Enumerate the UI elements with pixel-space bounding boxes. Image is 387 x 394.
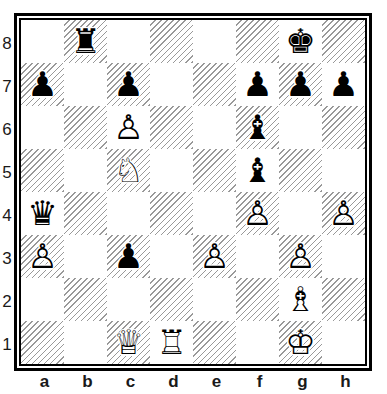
- chess-diagram: 87654321 ♜♚♟♟♟♟♟♙♝♘♝♛♙♙♙♟♙♙♗♕♖♔ abcdefgh: [0, 0, 387, 394]
- square-a7[interactable]: ♟: [21, 63, 64, 106]
- square-c1[interactable]: ♕: [107, 321, 150, 364]
- black-king-icon: ♚: [285, 20, 315, 63]
- white-pawn-icon: ♙: [27, 235, 57, 278]
- rank-label-2: 2: [0, 280, 14, 323]
- square-g8[interactable]: ♚: [279, 20, 322, 63]
- white-pawn-icon: ♙: [242, 192, 272, 235]
- square-c2[interactable]: [107, 278, 150, 321]
- square-b2[interactable]: [64, 278, 107, 321]
- square-d7[interactable]: [150, 63, 193, 106]
- square-a1[interactable]: [21, 321, 64, 364]
- square-a2[interactable]: [21, 278, 64, 321]
- square-c6[interactable]: ♙: [107, 106, 150, 149]
- square-c7[interactable]: ♟: [107, 63, 150, 106]
- black-pawn-icon: ♟: [242, 63, 272, 106]
- square-a3[interactable]: ♙: [21, 235, 64, 278]
- chessboard: ♜♚♟♟♟♟♟♙♝♘♝♛♙♙♙♟♙♙♗♕♖♔: [21, 20, 365, 364]
- square-g7[interactable]: ♟: [279, 63, 322, 106]
- black-queen-icon: ♛: [27, 192, 57, 235]
- white-pawn-icon: ♙: [285, 235, 315, 278]
- rank-labels: 87654321: [0, 13, 14, 366]
- square-h1[interactable]: [322, 321, 365, 364]
- square-d2[interactable]: [150, 278, 193, 321]
- square-h4[interactable]: ♙: [322, 192, 365, 235]
- square-a6[interactable]: [21, 106, 64, 149]
- rank-label-8: 8: [0, 22, 14, 65]
- square-h6[interactable]: [322, 106, 365, 149]
- square-b8[interactable]: ♜: [64, 20, 107, 63]
- square-e8[interactable]: [193, 20, 236, 63]
- square-e2[interactable]: [193, 278, 236, 321]
- white-pawn-icon: ♙: [328, 192, 358, 235]
- square-f7[interactable]: ♟: [236, 63, 279, 106]
- black-pawn-icon: ♟: [113, 63, 143, 106]
- square-b3[interactable]: [64, 235, 107, 278]
- square-g1[interactable]: ♔: [279, 321, 322, 364]
- file-label-g: g: [281, 372, 324, 392]
- square-d3[interactable]: [150, 235, 193, 278]
- black-pawn-icon: ♟: [113, 235, 143, 278]
- black-pawn-icon: ♟: [27, 63, 57, 106]
- file-label-e: e: [195, 372, 238, 392]
- rank-label-7: 7: [0, 65, 14, 108]
- square-e5[interactable]: [193, 149, 236, 192]
- black-rook-icon: ♜: [70, 20, 100, 63]
- square-h7[interactable]: ♟: [322, 63, 365, 106]
- black-bishop-icon: ♝: [242, 149, 272, 192]
- square-e7[interactable]: [193, 63, 236, 106]
- white-pawn-icon: ♙: [113, 106, 143, 149]
- file-label-b: b: [66, 372, 109, 392]
- square-d5[interactable]: [150, 149, 193, 192]
- white-bishop-icon: ♗: [285, 278, 315, 321]
- square-a8[interactable]: [21, 20, 64, 63]
- square-f4[interactable]: ♙: [236, 192, 279, 235]
- file-label-d: d: [152, 372, 195, 392]
- square-b7[interactable]: [64, 63, 107, 106]
- black-pawn-icon: ♟: [328, 63, 358, 106]
- white-knight-icon: ♘: [113, 149, 143, 192]
- square-g6[interactable]: [279, 106, 322, 149]
- square-e6[interactable]: [193, 106, 236, 149]
- rank-label-5: 5: [0, 151, 14, 194]
- square-e1[interactable]: [193, 321, 236, 364]
- square-g2[interactable]: ♗: [279, 278, 322, 321]
- white-rook-icon: ♖: [156, 321, 186, 364]
- board-row: 87654321 ♜♚♟♟♟♟♟♙♝♘♝♛♙♙♙♟♙♙♗♕♖♔: [0, 0, 387, 371]
- rank-label-3: 3: [0, 237, 14, 280]
- square-f8[interactable]: [236, 20, 279, 63]
- file-label-f: f: [238, 372, 281, 392]
- square-c4[interactable]: [107, 192, 150, 235]
- file-label-c: c: [109, 372, 152, 392]
- white-queen-icon: ♕: [113, 321, 143, 364]
- square-f6[interactable]: ♝: [236, 106, 279, 149]
- white-pawn-icon: ♙: [199, 235, 229, 278]
- square-b5[interactable]: [64, 149, 107, 192]
- square-d8[interactable]: [150, 20, 193, 63]
- square-b4[interactable]: [64, 192, 107, 235]
- square-c5[interactable]: ♘: [107, 149, 150, 192]
- square-f2[interactable]: [236, 278, 279, 321]
- square-h2[interactable]: [322, 278, 365, 321]
- square-g5[interactable]: [279, 149, 322, 192]
- square-g4[interactable]: [279, 192, 322, 235]
- square-b1[interactable]: [64, 321, 107, 364]
- white-king-icon: ♔: [285, 321, 315, 364]
- square-d1[interactable]: ♖: [150, 321, 193, 364]
- square-h8[interactable]: [322, 20, 365, 63]
- rank-label-1: 1: [0, 323, 14, 366]
- square-a5[interactable]: [21, 149, 64, 192]
- file-label-h: h: [324, 372, 367, 392]
- file-label-a: a: [23, 372, 66, 392]
- square-a4[interactable]: ♛: [21, 192, 64, 235]
- square-d6[interactable]: [150, 106, 193, 149]
- rank-label-6: 6: [0, 108, 14, 151]
- square-c8[interactable]: [107, 20, 150, 63]
- square-g3[interactable]: ♙: [279, 235, 322, 278]
- board-frame: ♜♚♟♟♟♟♟♙♝♘♝♛♙♙♙♟♙♙♗♕♖♔: [14, 13, 372, 371]
- square-f5[interactable]: ♝: [236, 149, 279, 192]
- square-e3[interactable]: ♙: [193, 235, 236, 278]
- square-c3[interactable]: ♟: [107, 235, 150, 278]
- black-bishop-icon: ♝: [242, 106, 272, 149]
- rank-label-4: 4: [0, 194, 14, 237]
- square-f1[interactable]: [236, 321, 279, 364]
- square-h3[interactable]: [322, 235, 365, 278]
- square-d4[interactable]: [150, 192, 193, 235]
- square-b6[interactable]: [64, 106, 107, 149]
- square-f3[interactable]: [236, 235, 279, 278]
- square-e4[interactable]: [193, 192, 236, 235]
- square-h5[interactable]: [322, 149, 365, 192]
- file-labels: abcdefgh: [23, 372, 387, 392]
- board-inner: ♜♚♟♟♟♟♟♙♝♘♝♛♙♙♙♟♙♙♗♕♖♔: [19, 18, 367, 366]
- black-pawn-icon: ♟: [285, 63, 315, 106]
